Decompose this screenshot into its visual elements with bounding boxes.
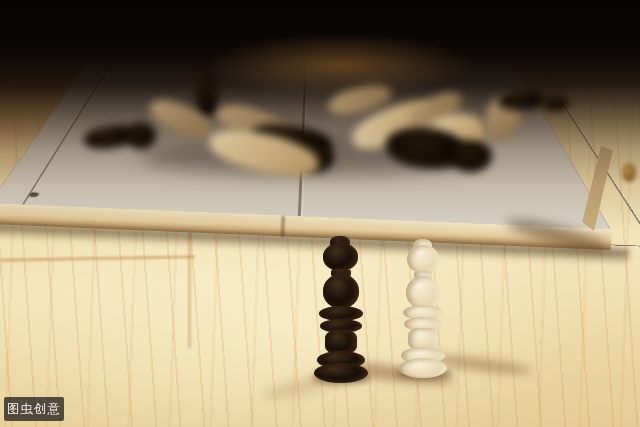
watermark-badge: 图虫创意 — [4, 397, 64, 421]
watermark-text: 图虫创意 — [7, 401, 61, 418]
piece-head — [407, 245, 439, 273]
scattered-black-piece-16 — [542, 95, 568, 111]
scattered-black-piece-15 — [497, 88, 544, 111]
photo-canvas: abcdefgh 87654321 — [0, 0, 640, 427]
piece-base — [399, 358, 447, 378]
piece-head — [323, 243, 358, 271]
scattered-black-piece-13 — [450, 140, 492, 172]
black-king-piece — [314, 236, 368, 384]
piece-body — [323, 274, 359, 308]
piece-body — [406, 276, 440, 308]
piece-base — [314, 363, 368, 383]
scattered-black-piece-0 — [196, 72, 218, 116]
white-king-piece — [398, 239, 448, 381]
scattered-black-piece-2 — [126, 122, 156, 149]
